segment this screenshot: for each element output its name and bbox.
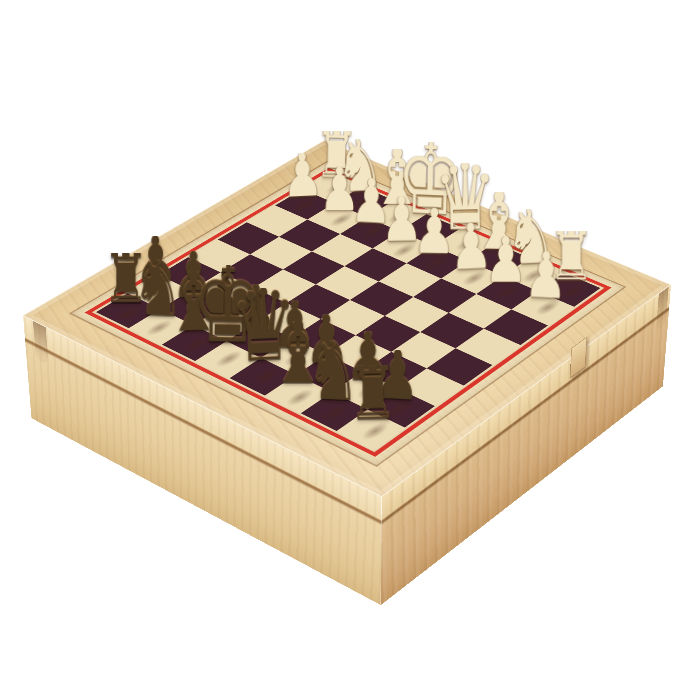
square-a4[interactable] xyxy=(456,329,521,365)
finger-groove-icon xyxy=(656,286,669,332)
finger-groove-icon xyxy=(33,321,49,366)
black-rook-glyph: ♜ xyxy=(347,355,398,430)
box-body: ♜♞♝♛♚♝♞♜♟♟♟♟♟♟♟♟♟♟♟♟♟♟♟♟♜♞♝♛♚♝♞♜ xyxy=(23,140,671,497)
white-pawn-glyph: ♟ xyxy=(524,242,569,308)
square-c4[interactable] xyxy=(385,297,448,332)
square-b4[interactable] xyxy=(420,313,484,349)
product-photo-scene: ♜♞♝♛♚♝♞♜♟♟♟♟♟♟♟♟♟♟♟♟♟♟♟♟♜♞♝♛♚♝♞♜ xyxy=(0,0,700,700)
latch-slot xyxy=(564,360,571,375)
